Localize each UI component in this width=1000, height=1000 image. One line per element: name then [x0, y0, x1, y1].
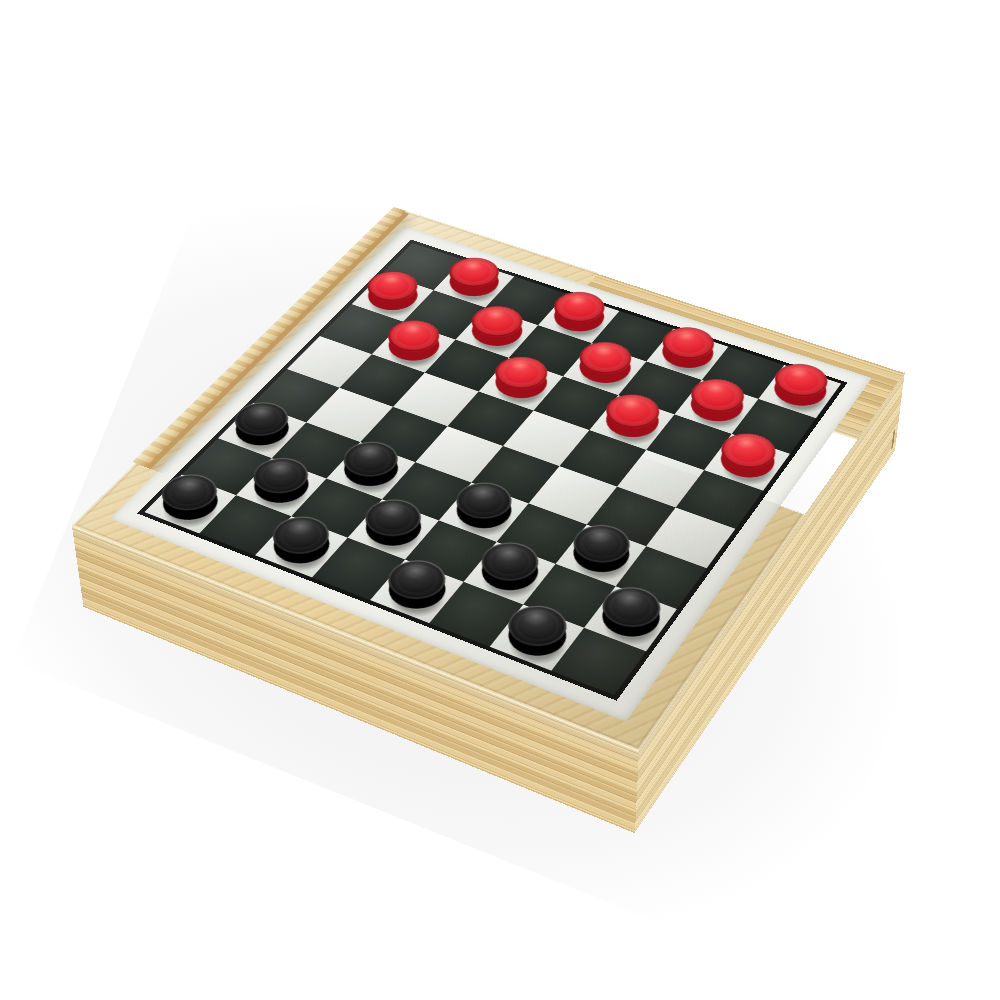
lid-groove-notch [891, 428, 895, 450]
black-piece[interactable] [592, 592, 669, 646]
red-piece[interactable] [463, 312, 531, 354]
black-piece[interactable] [498, 610, 576, 665]
red-piece[interactable] [440, 264, 507, 304]
red-piece[interactable] [545, 298, 612, 339]
red-piece[interactable] [486, 362, 556, 406]
red-piece[interactable] [570, 348, 639, 391]
black-piece[interactable] [263, 521, 340, 572]
rail-notch [85, 503, 104, 514]
scene [0, 0, 1000, 1000]
red-piece[interactable] [653, 333, 721, 375]
black-piece[interactable] [378, 565, 455, 618]
red-piece[interactable] [359, 277, 427, 317]
black-piece[interactable] [356, 504, 431, 554]
